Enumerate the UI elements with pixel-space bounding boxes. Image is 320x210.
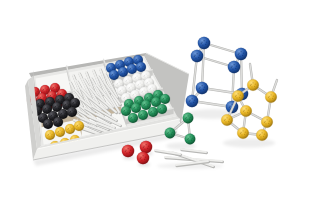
model-ball-blue: [136, 62, 146, 72]
ball-hole: [167, 133, 168, 134]
ball-hole: [46, 110, 47, 111]
ball-hole: [201, 42, 202, 43]
ball-hole: [129, 69, 130, 70]
model-ball-green: [185, 134, 196, 145]
ball-hole: [168, 134, 169, 135]
ball-hole: [50, 95, 51, 96]
ball-hole: [124, 97, 125, 98]
ball-hole: [145, 93, 146, 94]
ball-hole: [47, 135, 48, 136]
ball-hole: [108, 68, 109, 69]
ball-hole: [166, 100, 167, 101]
ball-hole: [80, 127, 81, 128]
ball-hole: [142, 91, 143, 92]
ball-hole: [70, 111, 71, 112]
ball-hole: [60, 98, 61, 99]
ball-sphere: [165, 128, 176, 139]
ball-hole: [159, 109, 160, 110]
ball-hole: [48, 122, 49, 123]
ball-hole: [166, 98, 167, 99]
ball-hole: [172, 132, 173, 133]
ball-sphere: [136, 62, 146, 72]
ball-hole: [131, 117, 132, 118]
ball-hole: [49, 125, 50, 126]
ball-hole: [245, 132, 246, 133]
ball-hole: [154, 111, 155, 112]
ball-hole: [115, 74, 116, 75]
ball-hole: [141, 86, 142, 87]
ball-hole: [57, 105, 58, 106]
ball-hole: [137, 76, 138, 77]
ball-hole: [48, 101, 49, 102]
ball-hole: [130, 68, 131, 69]
ball-hole: [272, 98, 273, 99]
ball-hole: [137, 61, 138, 62]
model-ball-yellow: [247, 79, 259, 91]
ball-hole: [130, 63, 131, 64]
ball-hole: [202, 44, 203, 45]
ball-hole: [117, 83, 118, 84]
model-ball-yellow: [65, 124, 75, 134]
ball-sphere: [74, 121, 84, 131]
ball-hole: [229, 119, 230, 120]
ball-hole: [113, 76, 114, 77]
ball-hole: [52, 94, 53, 95]
ball-hole: [54, 115, 55, 116]
ball-hole: [269, 121, 270, 122]
ball-sphere: [65, 124, 75, 134]
ball-hole: [144, 104, 145, 105]
ball-hole: [199, 87, 200, 88]
ball-sphere: [160, 94, 170, 104]
model-ball-blue: [118, 67, 128, 77]
ball-hole: [36, 91, 37, 92]
ball-hole: [163, 98, 164, 99]
model-ball-yellow: [45, 130, 55, 140]
ball-hole: [35, 90, 36, 91]
model-ball-blue: [235, 48, 247, 60]
ball-hole: [153, 88, 154, 89]
ball-hole: [66, 106, 67, 107]
ball-hole: [147, 106, 148, 107]
ball-hole: [121, 92, 122, 93]
ball-sphere: [185, 134, 196, 145]
ball-hole: [49, 136, 50, 137]
ball-hole: [125, 112, 126, 113]
ball-hole: [112, 74, 113, 75]
loose-red-ball: [137, 152, 149, 164]
ball-hole: [70, 127, 71, 128]
ball-hole: [126, 152, 127, 153]
ball-hole: [194, 56, 195, 57]
ball-hole: [75, 101, 76, 102]
ball-hole: [51, 103, 52, 104]
ball-hole: [148, 145, 149, 146]
ball-hole: [64, 113, 65, 114]
ball-hole: [54, 107, 55, 108]
ball-hole: [40, 102, 41, 103]
ball-hole: [147, 82, 148, 83]
ball-hole: [135, 77, 136, 78]
ball-hole: [157, 103, 158, 104]
ball-hole: [69, 96, 70, 97]
ball-hole: [44, 109, 45, 110]
ball-hole: [138, 79, 139, 80]
ball-hole: [43, 116, 44, 117]
ball-hole: [112, 67, 113, 68]
ball-hole: [76, 104, 77, 105]
ball-hole: [72, 110, 73, 111]
ball-hole: [162, 99, 163, 100]
ball-hole: [70, 99, 71, 100]
ball-hole: [50, 133, 51, 134]
ball-hole: [62, 115, 63, 116]
ball-hole: [225, 119, 226, 120]
ball-hole: [60, 93, 61, 94]
model-ball-green: [183, 113, 194, 124]
ball-hole: [61, 133, 62, 134]
ball-hole: [57, 132, 58, 133]
ball-hole: [124, 71, 125, 72]
ball-sphere: [138, 110, 148, 120]
ball-hole: [125, 81, 126, 82]
ball-hole: [201, 43, 202, 44]
ball-hole: [129, 80, 130, 81]
ball-hole: [134, 117, 135, 118]
ball-hole: [56, 89, 57, 90]
ball-sphere: [122, 145, 134, 157]
ball-hole: [43, 99, 44, 100]
model-ball-yellow: [237, 127, 249, 139]
ball-hole: [111, 66, 112, 67]
ball-hole: [150, 99, 151, 100]
ball-hole: [50, 100, 51, 101]
ball-hole: [130, 149, 131, 150]
ball-hole: [69, 130, 70, 131]
ball-hole: [44, 117, 45, 118]
ball-hole: [133, 108, 134, 109]
ball-hole: [260, 134, 261, 135]
ball-hole: [158, 93, 159, 94]
ball-hole: [80, 125, 81, 126]
ball-hole: [141, 92, 142, 93]
ball-hole: [40, 97, 41, 98]
ball-hole: [136, 59, 137, 60]
ball-hole: [127, 97, 128, 98]
ball-hole: [155, 95, 156, 96]
ball-hole: [143, 147, 144, 148]
ball-hole: [138, 58, 139, 59]
ball-hole: [120, 83, 121, 84]
ball-hole: [171, 134, 172, 135]
ball-hole: [38, 112, 39, 113]
ball-hole: [146, 103, 147, 104]
ball-hole: [269, 98, 270, 99]
ball-hole: [44, 91, 45, 92]
ball-sphere: [186, 95, 198, 107]
ball-hole: [131, 86, 132, 87]
ball-hole: [265, 123, 266, 124]
ball-hole: [192, 138, 193, 139]
ball-hole: [191, 98, 192, 99]
model-ball-green: [165, 128, 176, 139]
ball-sphere: [256, 129, 268, 141]
ball-hole: [254, 86, 255, 87]
ball-hole: [137, 109, 138, 110]
ball-hole: [261, 132, 262, 133]
ball-hole: [132, 95, 133, 96]
ball-hole: [188, 138, 189, 139]
yellow_lattice-shadow: [223, 139, 275, 148]
ball-hole: [125, 151, 126, 152]
ball-hole: [58, 99, 59, 100]
ball-hole: [193, 102, 194, 103]
ball-hole: [74, 104, 75, 105]
ball-hole: [71, 113, 72, 114]
ball-hole: [51, 136, 52, 137]
model-ball-yellow: [55, 127, 65, 137]
ball-hole: [129, 87, 130, 88]
ball-hole: [48, 134, 49, 135]
ball-hole: [142, 116, 143, 117]
ball-hole: [152, 87, 153, 88]
ball-sphere: [228, 61, 240, 73]
ball-hole: [236, 97, 237, 98]
ball-hole: [144, 159, 145, 160]
ball-hole: [120, 72, 121, 73]
ball-sphere: [148, 107, 158, 117]
ball-hole: [67, 129, 68, 130]
ball-hole: [265, 121, 266, 122]
ball-hole: [139, 61, 140, 62]
ball-hole: [56, 121, 57, 122]
ball-hole: [133, 68, 134, 69]
ball-hole: [70, 97, 71, 98]
ball-hole: [61, 131, 62, 132]
ball-hole: [239, 55, 240, 56]
ball-hole: [236, 65, 237, 66]
ball-hole: [190, 136, 191, 137]
ball-hole: [129, 60, 130, 61]
ball-hole: [140, 68, 141, 69]
ball-hole: [66, 98, 67, 99]
model-ball-blue: [109, 70, 119, 80]
ball-hole: [237, 93, 238, 94]
ball-hole: [244, 134, 245, 135]
model-ball-blue: [198, 37, 210, 49]
ball-hole: [54, 89, 55, 90]
ball-hole: [53, 87, 54, 88]
ball-hole: [156, 100, 157, 101]
ball-hole: [73, 113, 74, 114]
ball-hole: [124, 73, 125, 74]
ball-hole: [140, 157, 141, 158]
ball-hole: [51, 115, 52, 116]
ball-hole: [149, 96, 150, 97]
ball-hole: [60, 130, 61, 131]
ball-hole: [120, 90, 121, 91]
ball-hole: [185, 118, 186, 119]
ball-hole: [154, 101, 155, 102]
ball-hole: [64, 105, 65, 106]
ball-hole: [41, 117, 42, 118]
ball-hole: [231, 67, 232, 68]
ball-hole: [76, 126, 77, 127]
ball-hole: [247, 112, 248, 113]
ball-hole: [242, 130, 243, 131]
ball-sphere: [43, 119, 53, 129]
ball-hole: [147, 75, 148, 76]
ball-hole: [119, 66, 120, 67]
ball-hole: [186, 117, 187, 118]
model-ball-black: [70, 98, 80, 108]
model-ball-blue: [186, 95, 198, 107]
ball-hole: [145, 156, 146, 157]
ball-hole: [133, 116, 134, 117]
ball-hole: [224, 120, 225, 121]
ball-sphere: [232, 90, 244, 102]
ball-hole: [41, 105, 42, 106]
ball-hole: [140, 102, 141, 103]
ball-hole: [150, 112, 151, 113]
ball-hole: [152, 113, 153, 114]
ball-sphere: [196, 82, 208, 94]
ball-hole: [163, 110, 164, 111]
ball-sphere: [183, 113, 194, 124]
ball-hole: [159, 96, 160, 97]
ball-hole: [57, 100, 58, 101]
ball-hole: [243, 111, 244, 112]
ball-sphere: [45, 130, 55, 140]
ball-hole: [142, 66, 143, 67]
ball-hole: [138, 67, 139, 68]
ball-hole: [240, 95, 241, 96]
ball-hole: [149, 81, 150, 82]
ball-hole: [199, 54, 200, 55]
ball-hole: [132, 119, 133, 120]
ball-hole: [162, 107, 163, 108]
ball-sphere: [128, 113, 138, 123]
ball-hole: [255, 84, 256, 85]
ball-hole: [151, 111, 152, 112]
ball-hole: [37, 104, 38, 105]
ball-hole: [235, 96, 236, 97]
ball-hole: [56, 108, 57, 109]
ball-hole: [67, 97, 68, 98]
ball-hole: [153, 90, 154, 91]
ball-hole: [161, 110, 162, 111]
model-ball-green: [157, 104, 167, 114]
ball-hole: [125, 99, 126, 100]
ball-hole: [145, 106, 146, 107]
ball-sphere: [137, 152, 149, 164]
ball-hole: [127, 112, 128, 113]
ball-hole: [61, 113, 62, 114]
ball-hole: [58, 108, 59, 109]
model-ball-blue: [191, 50, 203, 62]
ball-hole: [45, 88, 46, 89]
ball-hole: [36, 93, 37, 94]
ball-hole: [165, 97, 166, 98]
ball-hole: [188, 140, 189, 141]
ball-hole: [252, 82, 253, 83]
ball-hole: [139, 66, 140, 67]
ball-hole: [239, 97, 240, 98]
ball-hole: [133, 70, 134, 71]
ball-hole: [144, 75, 145, 76]
ball-hole: [142, 68, 143, 69]
ball-sphere: [221, 114, 233, 126]
ball-hole: [62, 92, 63, 93]
ball-hole: [240, 133, 241, 134]
model-ball-yellow: [221, 114, 233, 126]
ball-hole: [140, 115, 141, 116]
ball-hole: [71, 130, 72, 131]
ball-hole: [164, 100, 165, 101]
ball-hole: [61, 101, 62, 102]
ball-hole: [231, 66, 232, 67]
ball-hole: [241, 132, 242, 133]
ball-hole: [238, 53, 239, 54]
ball-hole: [133, 94, 134, 95]
ball-hole: [123, 98, 124, 99]
ball-hole: [72, 103, 73, 104]
ball-hole: [147, 77, 148, 78]
ball-hole: [143, 146, 144, 147]
ball-hole: [189, 119, 190, 120]
ball-hole: [233, 64, 234, 65]
ball-hole: [54, 117, 55, 118]
ball-hole: [273, 96, 274, 97]
ball-hole: [56, 87, 57, 88]
ball-hole: [51, 101, 52, 102]
ball-hole: [201, 85, 202, 86]
ball-sphere: [55, 127, 65, 137]
ball-hole: [42, 90, 43, 91]
ball-hole: [194, 55, 195, 56]
ball-hole: [77, 125, 78, 126]
ball-hole: [127, 61, 128, 62]
ball-hole: [149, 89, 150, 90]
ball-hole: [137, 107, 138, 108]
ball-hole: [127, 110, 128, 111]
ball-hole: [195, 57, 196, 58]
ball-hole: [134, 96, 135, 97]
model-ball-green: [148, 107, 158, 117]
ball-hole: [79, 124, 80, 125]
ball-hole: [137, 100, 138, 101]
ball-hole: [229, 106, 230, 107]
ball-hole: [78, 127, 79, 128]
ball-sphere: [265, 91, 277, 103]
ball-hole: [50, 116, 51, 117]
ball-hole: [52, 88, 53, 89]
ball-hole: [127, 148, 128, 149]
ball-hole: [67, 103, 68, 104]
ball-hole: [189, 100, 190, 101]
ball-hole: [119, 82, 120, 83]
model-ball-yellow: [261, 116, 273, 128]
ball-sphere: [235, 48, 247, 60]
ball-hole: [44, 119, 45, 120]
model-ball-blue: [196, 82, 208, 94]
ball-hole: [124, 110, 125, 111]
ball-hole: [229, 107, 230, 108]
ball-hole: [129, 152, 130, 153]
ball-hole: [112, 69, 113, 70]
ball-hole: [132, 89, 133, 90]
ball-hole: [157, 101, 158, 102]
